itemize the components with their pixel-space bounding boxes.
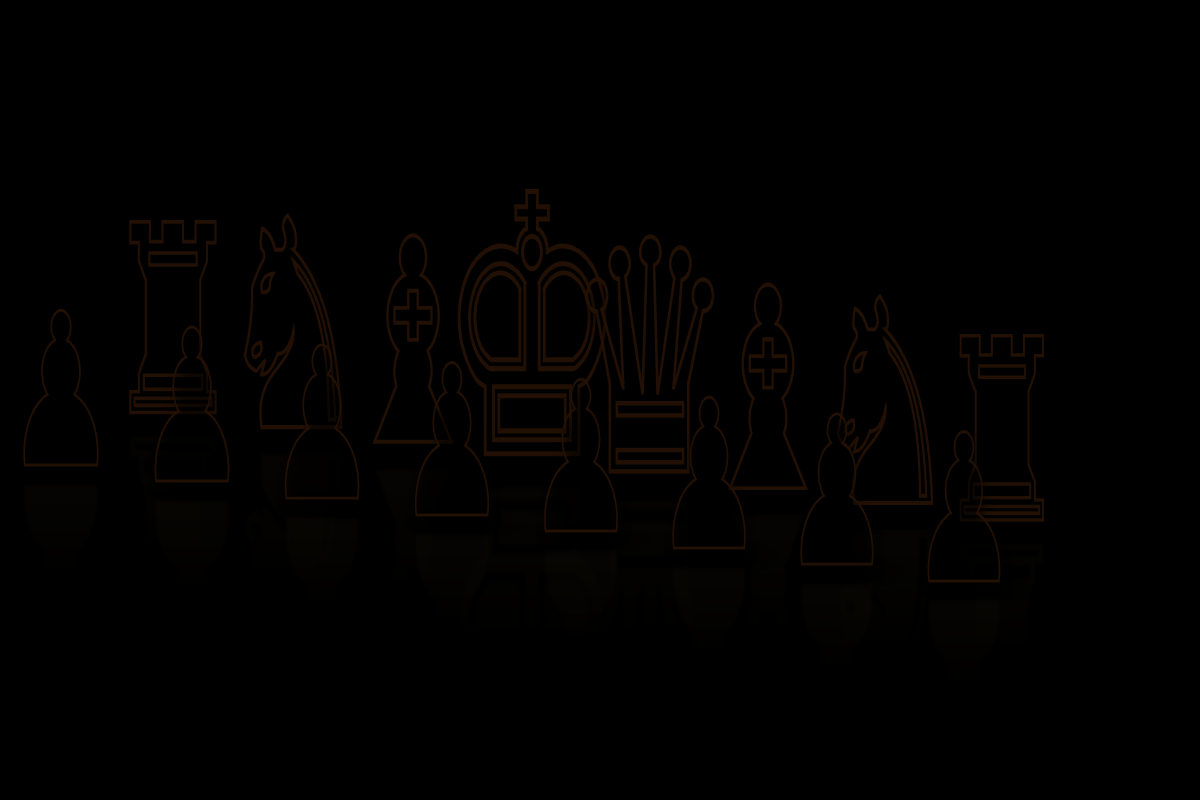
piece-reflection: ♟	[137, 468, 247, 679]
square-f2	[202, 475, 431, 548]
square-c2	[609, 523, 801, 600]
square-g1	[182, 413, 395, 475]
piece-shadow	[257, 485, 408, 530]
piece-shadow	[113, 404, 253, 445]
square-h1	[56, 398, 280, 459]
square-f3	[76, 531, 339, 617]
square-e2	[338, 491, 555, 565]
piece-white-pawn-a2: ♟	[911, 408, 1017, 613]
square-c1	[679, 472, 851, 538]
piece-white-pawn-c2: ♟	[656, 373, 763, 580]
board-sheen-overlay	[0, 398, 1075, 800]
piece-white-pawn-h2: ♟	[6, 286, 116, 498]
piece-shadow	[353, 435, 491, 476]
square-b2	[743, 538, 923, 616]
square-b4	[587, 673, 820, 783]
square-e4	[89, 617, 376, 722]
square-b1	[801, 487, 963, 554]
square-e5	[0, 702, 256, 800]
square-d4	[256, 636, 525, 743]
square-a3	[820, 617, 1009, 710]
square-d2	[474, 507, 679, 583]
piece-reflection: ♟	[267, 485, 376, 695]
board-frame-right	[306, 479, 1180, 800]
piece-reflection: ♝	[696, 471, 841, 750]
square-f1	[307, 428, 510, 491]
piece-reflection: ♟	[656, 535, 763, 742]
piece-white-rook-a1: ♜	[937, 307, 1068, 560]
square-c3	[525, 583, 743, 674]
square-a4	[751, 692, 966, 800]
square-a2	[876, 554, 1044, 633]
chess-set-photo-scene: ♜♜♞♞♝♝♚♚♛♛♝♝♞♞♜♜♟♟♟♟♟♟♟♟♟♟♟♟♟♟♟♟	[0, 0, 1200, 800]
square-b3	[673, 600, 877, 692]
square-g4	[0, 579, 76, 681]
piece-reflection: ♟	[397, 501, 506, 710]
square-f5	[0, 681, 89, 800]
square-a5	[664, 784, 914, 800]
piece-white-rook-h1: ♜	[105, 192, 241, 453]
piece-shadow	[126, 468, 278, 513]
square-d3	[376, 565, 609, 654]
piece-white-pawn-g2: ♟	[137, 304, 247, 515]
square-c4	[422, 654, 673, 763]
piece-shadow	[944, 512, 1079, 552]
square-g2	[65, 459, 307, 531]
piece-shadow	[827, 497, 963, 537]
piece-reflection: ♚	[438, 430, 625, 789]
square-g3	[0, 513, 202, 598]
square-e3	[226, 548, 474, 636]
piece-shadow	[591, 466, 728, 507]
piece-reflection: ♞	[218, 408, 369, 698]
square-d5	[105, 722, 422, 800]
piece-reflection: ♟	[6, 451, 116, 663]
square-c5	[292, 743, 586, 800]
piece-white-pawn-d2: ♟	[527, 356, 635, 564]
piece-white-pawn-f2: ♟	[267, 321, 376, 531]
square-f4	[0, 598, 226, 701]
board-frame-left	[0, 356, 240, 800]
piece-reflection: ♟	[784, 551, 891, 757]
piece-reflection: ♜	[105, 396, 241, 657]
piece-reflection: ♟	[527, 518, 635, 726]
piece-reflection: ♝	[339, 424, 486, 707]
piece-shadow	[387, 502, 537, 546]
piece-white-pawn-b2: ♟	[784, 391, 891, 597]
piece-reflection: ♜	[937, 504, 1068, 757]
board-frame-far	[72, 356, 1180, 528]
piece-white-knight-b1: ♞	[812, 264, 959, 547]
square-d1	[555, 458, 737, 523]
piece-shadow	[774, 551, 922, 595]
piece-white-bishop-c1: ♝	[696, 253, 841, 532]
square-a1	[923, 501, 1075, 569]
piece-shadow	[709, 482, 845, 522]
piece-white-knight-g1: ♞	[218, 182, 369, 472]
piece-shadow	[233, 420, 372, 461]
pieces-layer: ♜♜♞♞♝♝♚♚♛♛♝♝♞♞♜♜♟♟♟♟♟♟♟♟♟♟♟♟♟♟♟♟	[0, 0, 1200, 800]
piece-white-queen-d1: ♛	[566, 199, 733, 521]
piece-white-pawn-e2: ♟	[397, 339, 506, 548]
piece-shadow	[472, 451, 610, 492]
piece-white-king-e1: ♚	[438, 150, 625, 509]
piece-shadow	[0, 451, 147, 496]
square-e1	[431, 443, 623, 507]
chessboard	[0, 398, 1075, 800]
square-b5	[479, 763, 751, 800]
piece-reflection: ♟	[911, 568, 1017, 773]
piece-shadow	[517, 518, 666, 562]
board-squares	[0, 398, 1075, 800]
square-h2	[0, 443, 182, 514]
square-h3	[0, 496, 65, 579]
piece-white-bishop-f1: ♝	[339, 204, 486, 487]
piece-shadow	[901, 568, 1048, 612]
piece-reflection: ♛	[566, 450, 733, 772]
piece-shadow	[645, 535, 794, 579]
piece-reflection: ♞	[812, 485, 959, 768]
